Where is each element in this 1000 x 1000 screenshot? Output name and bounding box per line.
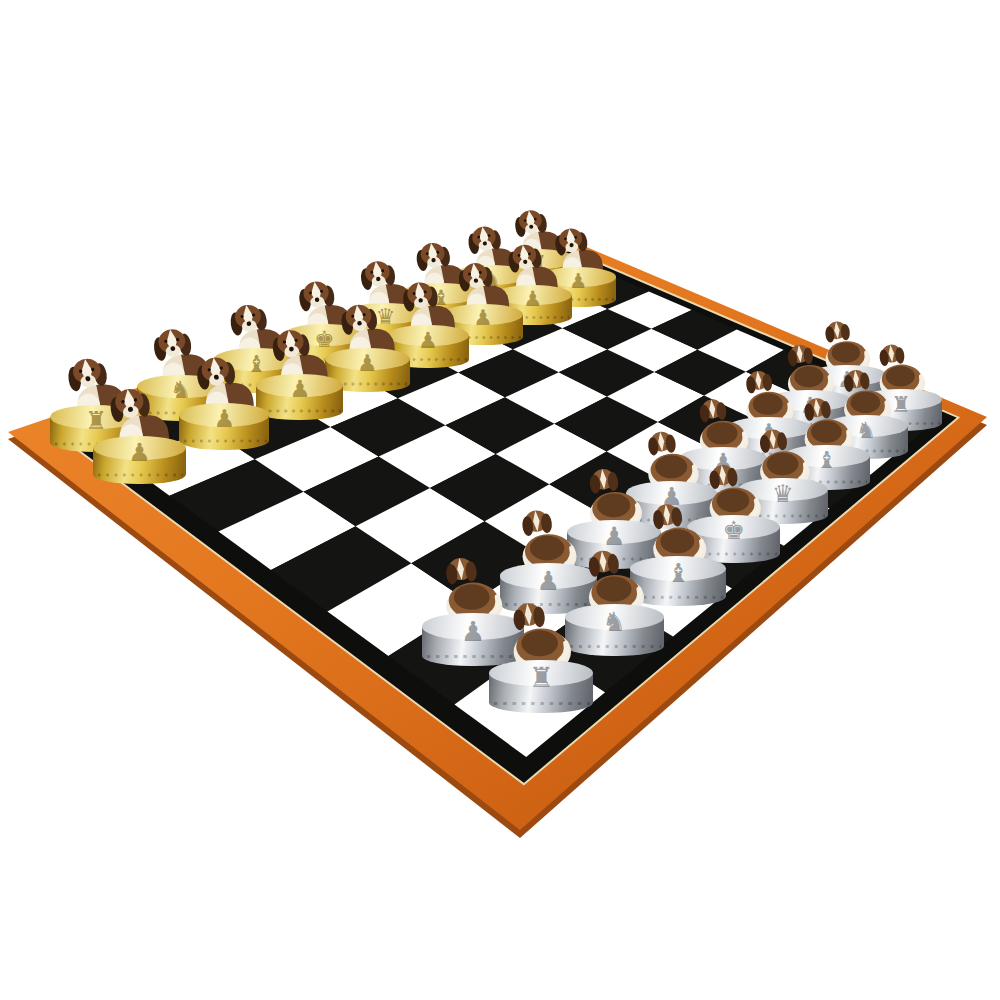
piece-silver-rook-h1[interactable]: ♜ xyxy=(489,579,593,714)
piece-gold-pawn-g7[interactable]: ♟ xyxy=(179,333,269,450)
base-decor-band xyxy=(96,471,184,479)
piece-base: ♜ xyxy=(489,660,593,714)
rook-emblem-icon: ♜ xyxy=(489,664,593,692)
base-decor-band xyxy=(259,407,341,415)
pawn-emblem-icon: ♟ xyxy=(179,407,269,431)
base-decor-band xyxy=(182,437,267,445)
piece-base: ♟ xyxy=(93,436,186,484)
piece-gold-pawn-h7[interactable]: ♟ xyxy=(93,363,186,484)
base-decor-band xyxy=(492,699,589,708)
scene: ♜♞♝♛♚♝♞♜♟♟♟♟♟♟♟♟♟♟♟♟♟♟♟♟♜♞♝♛♚♝♞♜ xyxy=(0,0,1000,1000)
pawn-emblem-icon: ♟ xyxy=(93,440,186,465)
piece-base: ♟ xyxy=(179,403,269,450)
